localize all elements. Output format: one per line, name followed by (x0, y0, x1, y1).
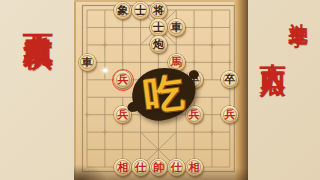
piece-black-advisor[interactable]: 士 (132, 2, 149, 19)
piece-red-horse[interactable]: 馬 (168, 54, 185, 71)
right-banner-title: 大西瓜刀 (257, 43, 288, 55)
app-screenshot: 大西瓜象棋 神之鬼手 大西瓜刀 象士将士車炮車卒卒馬兵兵兵兵相仕帥仕相 吃 ✦ (0, 0, 320, 180)
piece-red-soldier[interactable]: 兵 (186, 106, 203, 123)
piece-black-soldier[interactable]: 卒 (221, 71, 238, 88)
board-corner-shadow (74, 164, 108, 180)
piece-black-soldier[interactable]: 卒 (186, 71, 203, 88)
pieces-layer: 象士将士車炮車卒卒馬兵兵兵兵相仕帥仕相 (74, 0, 248, 180)
piece-black-advisor[interactable]: 士 (150, 19, 167, 36)
piece-black-general[interactable]: 将 (150, 2, 167, 19)
piece-black-cannon[interactable]: 炮 (150, 36, 167, 53)
piece-black-chariot[interactable]: 車 (168, 19, 185, 36)
right-banner-subtitle: 神之鬼手 (287, 7, 310, 15)
left-banner-title: 大西瓜象棋 (20, 8, 56, 18)
piece-red-soldier[interactable]: 兵 (114, 71, 131, 88)
piece-red-soldier[interactable]: 兵 (114, 106, 131, 123)
piece-black-chariot[interactable]: 車 (79, 54, 96, 71)
piece-black-elephant[interactable]: 象 (114, 2, 131, 19)
xiangqi-board[interactable]: 象士将士車炮車卒卒馬兵兵兵兵相仕帥仕相 吃 ✦ (74, 0, 248, 180)
piece-red-soldier[interactable]: 兵 (221, 106, 238, 123)
